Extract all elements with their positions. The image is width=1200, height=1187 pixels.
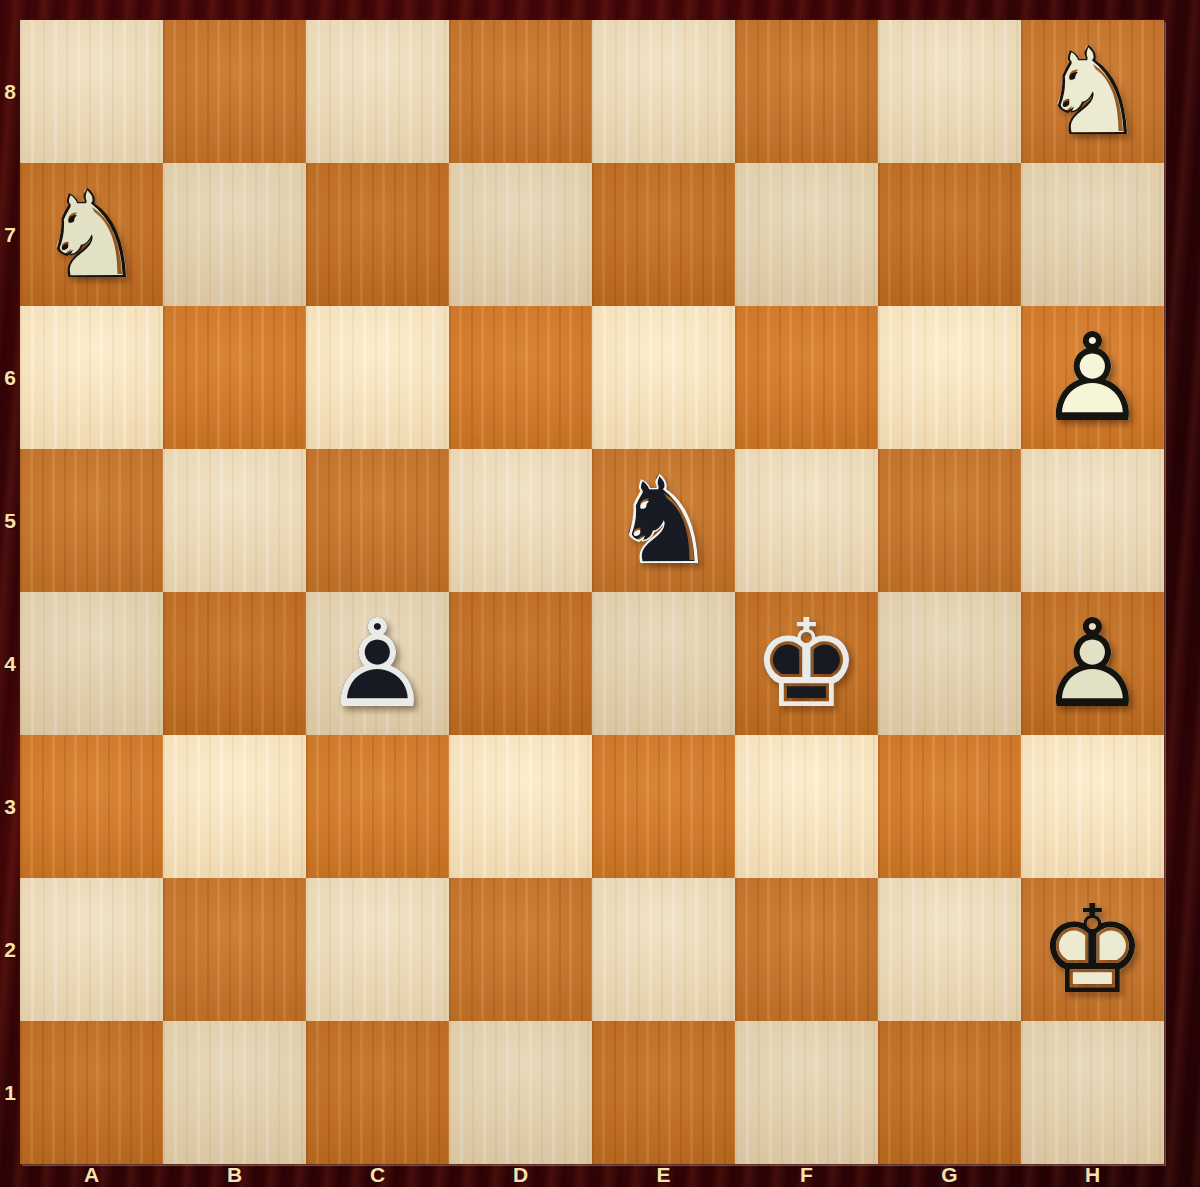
white-pawn-h6[interactable]: ♟♙ xyxy=(1021,306,1164,449)
file-label-b: B xyxy=(163,1164,306,1186)
white-knight-h8[interactable]: ♞♘ xyxy=(1021,20,1164,163)
piece-glyph-outline: ♔ xyxy=(1021,878,1164,1021)
file-label-a: A xyxy=(20,1164,163,1186)
square-g1[interactable] xyxy=(878,1021,1021,1164)
piece-glyph-outline: ♙ xyxy=(306,592,449,735)
square-f3[interactable] xyxy=(735,735,878,878)
square-e8[interactable] xyxy=(592,20,735,163)
piece-glyph-outline: ♙ xyxy=(1021,592,1164,735)
square-g7[interactable] xyxy=(878,163,1021,306)
rank-label-5: 5 xyxy=(0,509,20,533)
board-frame: ♞♘♞♘♟♙♞♘♟♙♚♔♟♙♚♔ 87654321ABCDEFGH xyxy=(0,0,1200,1187)
square-e3[interactable] xyxy=(592,735,735,878)
square-h7[interactable] xyxy=(1021,163,1164,306)
square-b6[interactable] xyxy=(163,306,306,449)
file-label-e: E xyxy=(592,1164,735,1186)
square-b8[interactable] xyxy=(163,20,306,163)
square-d2[interactable] xyxy=(449,878,592,1021)
square-f5[interactable] xyxy=(735,449,878,592)
square-d4[interactable] xyxy=(449,592,592,735)
square-f7[interactable] xyxy=(735,163,878,306)
square-f4[interactable]: ♚♔ xyxy=(735,592,878,735)
square-f8[interactable] xyxy=(735,20,878,163)
square-b3[interactable] xyxy=(163,735,306,878)
square-a2[interactable] xyxy=(20,878,163,1021)
square-a3[interactable] xyxy=(20,735,163,878)
square-f1[interactable] xyxy=(735,1021,878,1164)
square-e5[interactable]: ♞♘ xyxy=(592,449,735,592)
piece-glyph-outline: ♔ xyxy=(735,592,878,735)
square-g6[interactable] xyxy=(878,306,1021,449)
rank-label-8: 8 xyxy=(0,80,20,104)
square-e1[interactable] xyxy=(592,1021,735,1164)
piece-glyph-outline: ♘ xyxy=(20,163,163,306)
black-knight-e5[interactable]: ♞♘ xyxy=(592,449,735,592)
piece-glyph-outline: ♘ xyxy=(592,449,735,592)
rank-label-4: 4 xyxy=(0,652,20,676)
square-h1[interactable] xyxy=(1021,1021,1164,1164)
white-king-h2[interactable]: ♚♔ xyxy=(1021,878,1164,1021)
square-a6[interactable] xyxy=(20,306,163,449)
square-a1[interactable] xyxy=(20,1021,163,1164)
square-d5[interactable] xyxy=(449,449,592,592)
file-label-f: F xyxy=(735,1164,878,1186)
file-label-h: H xyxy=(1021,1164,1164,1186)
square-b4[interactable] xyxy=(163,592,306,735)
square-d3[interactable] xyxy=(449,735,592,878)
rank-label-2: 2 xyxy=(0,938,20,962)
square-h4[interactable]: ♟♙ xyxy=(1021,592,1164,735)
square-c2[interactable] xyxy=(306,878,449,1021)
piece-glyph-outline: ♙ xyxy=(1021,306,1164,449)
square-e7[interactable] xyxy=(592,163,735,306)
square-a7[interactable]: ♞♘ xyxy=(20,163,163,306)
rank-label-7: 7 xyxy=(0,223,20,247)
square-f6[interactable] xyxy=(735,306,878,449)
file-label-c: C xyxy=(306,1164,449,1186)
black-king-f4[interactable]: ♚♔ xyxy=(735,592,878,735)
square-d1[interactable] xyxy=(449,1021,592,1164)
white-knight-a7[interactable]: ♞♘ xyxy=(20,163,163,306)
square-b2[interactable] xyxy=(163,878,306,1021)
file-label-d: D xyxy=(449,1164,592,1186)
square-h6[interactable]: ♟♙ xyxy=(1021,306,1164,449)
square-g3[interactable] xyxy=(878,735,1021,878)
square-c3[interactable] xyxy=(306,735,449,878)
square-c7[interactable] xyxy=(306,163,449,306)
square-d6[interactable] xyxy=(449,306,592,449)
chessboard: ♞♘♞♘♟♙♞♘♟♙♚♔♟♙♚♔ xyxy=(20,20,1164,1164)
square-e4[interactable] xyxy=(592,592,735,735)
square-c8[interactable] xyxy=(306,20,449,163)
square-g2[interactable] xyxy=(878,878,1021,1021)
square-h3[interactable] xyxy=(1021,735,1164,878)
piece-glyph-outline: ♘ xyxy=(1021,20,1164,163)
square-c4[interactable]: ♟♙ xyxy=(306,592,449,735)
square-a4[interactable] xyxy=(20,592,163,735)
square-f2[interactable] xyxy=(735,878,878,1021)
square-g8[interactable] xyxy=(878,20,1021,163)
square-h5[interactable] xyxy=(1021,449,1164,592)
square-b1[interactable] xyxy=(163,1021,306,1164)
file-label-g: G xyxy=(878,1164,1021,1186)
square-e2[interactable] xyxy=(592,878,735,1021)
rank-label-1: 1 xyxy=(0,1081,20,1105)
square-c1[interactable] xyxy=(306,1021,449,1164)
square-c6[interactable] xyxy=(306,306,449,449)
square-e6[interactable] xyxy=(592,306,735,449)
rank-label-3: 3 xyxy=(0,795,20,819)
white-pawn-h4[interactable]: ♟♙ xyxy=(1021,592,1164,735)
square-a8[interactable] xyxy=(20,20,163,163)
square-a5[interactable] xyxy=(20,449,163,592)
black-pawn-c4[interactable]: ♟♙ xyxy=(306,592,449,735)
square-g5[interactable] xyxy=(878,449,1021,592)
square-h2[interactable]: ♚♔ xyxy=(1021,878,1164,1021)
square-b7[interactable] xyxy=(163,163,306,306)
square-d8[interactable] xyxy=(449,20,592,163)
rank-label-6: 6 xyxy=(0,366,20,390)
square-g4[interactable] xyxy=(878,592,1021,735)
square-d7[interactable] xyxy=(449,163,592,306)
square-c5[interactable] xyxy=(306,449,449,592)
square-b5[interactable] xyxy=(163,449,306,592)
square-h8[interactable]: ♞♘ xyxy=(1021,20,1164,163)
